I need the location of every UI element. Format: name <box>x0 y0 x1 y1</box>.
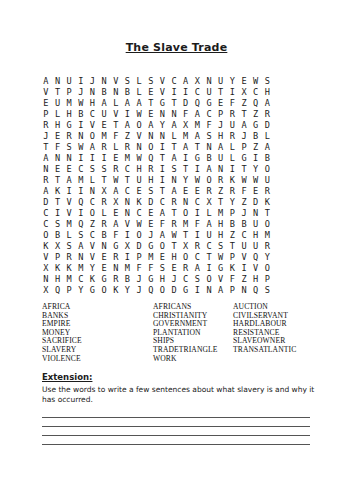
grid-cell: C <box>87 230 99 241</box>
grid-cell: O <box>40 230 52 241</box>
grid-cell: W <box>110 174 122 185</box>
grid-cell: C <box>250 86 262 97</box>
grid-cell: I <box>75 185 87 196</box>
grid-cell: C <box>75 163 87 174</box>
grid-cell: F <box>227 274 239 285</box>
grid-cell: A <box>98 97 110 108</box>
grid-cell: H <box>261 86 273 97</box>
grid-cell: M <box>145 252 157 263</box>
grid-cell: A <box>261 141 273 152</box>
grid-cell: C <box>157 197 169 208</box>
grid-cell: C <box>75 274 87 285</box>
grid-cell: O <box>87 130 99 141</box>
grid-cell: U <box>250 241 262 252</box>
grid-cell: H <box>63 108 75 119</box>
grid-cell: E <box>52 163 64 174</box>
grid-cell: C <box>87 197 99 208</box>
grid-cell: F <box>110 130 122 141</box>
grid-cell: N <box>238 285 250 296</box>
grid-cell: A <box>122 119 134 130</box>
grid-cell: T <box>98 174 110 185</box>
grid-cell: V <box>87 241 99 252</box>
grid-cell: R <box>168 219 180 230</box>
grid-cell: T <box>157 185 169 196</box>
grid-cell: T <box>52 197 64 208</box>
grid-cell: E <box>145 108 157 119</box>
grid-cell: A <box>133 97 145 108</box>
grid-cell: V <box>87 119 99 130</box>
grid-cell: I <box>192 208 204 219</box>
grid-cell: T <box>227 241 239 252</box>
grid-cell: C <box>168 75 180 86</box>
grid-cell: K <box>87 274 99 285</box>
grid-cell: C <box>192 86 204 97</box>
grid-cell: T <box>52 86 64 97</box>
grid-cell: O <box>203 274 215 285</box>
grid-cell: S <box>192 274 204 285</box>
grid-cell: V <box>110 108 122 119</box>
grid-cell: H <box>133 163 145 174</box>
grid-cell: P <box>63 86 75 97</box>
grid-cell: Z <box>215 185 227 196</box>
grid-cell: R <box>40 119 52 130</box>
grid-cell: Y <box>122 285 134 296</box>
grid-cell: S <box>203 130 215 141</box>
grid-cell: E <box>40 97 52 108</box>
grid-cell: V <box>133 130 145 141</box>
grid-cell: O <box>180 252 192 263</box>
grid-cell: P <box>261 274 273 285</box>
grid-cell: U <box>52 97 64 108</box>
grid-cell: X <box>110 197 122 208</box>
grid-cell: Q <box>75 197 87 208</box>
grid-cell: Z <box>238 274 250 285</box>
grid-cell: G <box>203 97 215 108</box>
grid-cell: O <box>98 285 110 296</box>
grid-cell: I <box>75 75 87 86</box>
grid-cell: N <box>52 75 64 86</box>
grid-cell: H <box>215 130 227 141</box>
grid-cell: G <box>157 97 169 108</box>
grid-cell: X <box>180 241 192 252</box>
grid-cell: F <box>192 219 204 230</box>
grid-cell: R <box>215 174 227 185</box>
grid-cell: L <box>227 152 239 163</box>
grid-cell: I <box>250 152 262 163</box>
grid-cell: S <box>168 163 180 174</box>
grid-cell: W <box>133 108 145 119</box>
grid-cell: R <box>98 141 110 152</box>
extension-heading: Extension: <box>42 372 92 382</box>
grid-cell: N <box>52 152 64 163</box>
grid-cell: N <box>133 141 145 152</box>
grid-cell: E <box>98 263 110 274</box>
grid-cell: U <box>215 75 227 86</box>
grid-cell: N <box>180 197 192 208</box>
answer-line <box>42 409 310 418</box>
grid-cell: V <box>122 219 134 230</box>
grid-cell: H <box>52 119 64 130</box>
grid-cell: A <box>145 119 157 130</box>
grid-cell: R <box>145 163 157 174</box>
grid-cell: I <box>87 152 99 163</box>
grid-cell: N <box>122 197 134 208</box>
grid-cell: J <box>133 285 145 296</box>
grid-cell: X <box>52 241 64 252</box>
grid-cell: T <box>110 119 122 130</box>
grid-cell: R <box>110 252 122 263</box>
grid-cell: O <box>133 230 145 241</box>
grid-cell: U <box>63 75 75 86</box>
grid-cell: O <box>261 219 273 230</box>
grid-cell: V <box>238 252 250 263</box>
grid-cell: I <box>98 152 110 163</box>
grid-cell: T <box>168 208 180 219</box>
grid-cell: R <box>261 108 273 119</box>
grid-cell: A <box>75 241 87 252</box>
grid-cell: J <box>215 119 227 130</box>
grid-cell: W <box>215 252 227 263</box>
grid-cell: O <box>87 208 99 219</box>
grid-cell: A <box>203 219 215 230</box>
grid-cell: N <box>40 163 52 174</box>
grid-cell: V <box>157 75 169 86</box>
grid-cell: W <box>75 97 87 108</box>
grid-cell: L <box>110 97 122 108</box>
grid-cell: A <box>122 97 134 108</box>
grid-cell: W <box>250 174 262 185</box>
grid-cell: F <box>203 119 215 130</box>
grid-cell: V <box>63 208 75 219</box>
grid-cell: Q <box>250 285 262 296</box>
grid-cell: L <box>63 230 75 241</box>
grid-cell: C <box>192 252 204 263</box>
grid-cell: A <box>110 219 122 230</box>
grid-cell: B <box>98 86 110 97</box>
grid-cell: P <box>238 141 250 152</box>
answer-line <box>42 436 310 445</box>
grid-cell: R <box>110 274 122 285</box>
grid-cell: H <box>168 252 180 263</box>
grid-cell: D <box>180 97 192 108</box>
grid-cell: Y <box>180 174 192 185</box>
grid-cell: W <box>75 141 87 152</box>
grid-cell: N <box>87 86 99 97</box>
grid-cell: A <box>192 263 204 274</box>
word-list-column: AFRICABANKSEMPIREMONEYSACRIFICESLAVERYVI… <box>42 303 82 363</box>
grid-cell: E <box>133 185 145 196</box>
grid-cell: J <box>238 208 250 219</box>
grid-cell: R <box>63 130 75 141</box>
grid-cell: Z <box>122 130 134 141</box>
grid-cell: N <box>250 208 262 219</box>
grid-cell: H <box>145 174 157 185</box>
grid-cell: I <box>192 230 204 241</box>
grid-cell: H <box>87 97 99 108</box>
grid-cell: C <box>40 219 52 230</box>
grid-cell: A <box>87 141 99 152</box>
grid-cell: J <box>168 274 180 285</box>
grid-cell: W <box>168 230 180 241</box>
grid-cell: S <box>145 75 157 86</box>
answer-line <box>42 427 310 436</box>
grid-cell: J <box>40 130 52 141</box>
grid-cell: N <box>110 263 122 274</box>
grid-cell: J <box>145 230 157 241</box>
grid-cell: K <box>40 241 52 252</box>
grid-cell: I <box>227 163 239 174</box>
grid-cell: S <box>261 75 273 86</box>
grid-cell: O <box>180 208 192 219</box>
grid-cell: H <box>215 219 227 230</box>
grid-cell: A <box>203 163 215 174</box>
grid-cell: A <box>168 152 180 163</box>
grid-cell: T <box>168 97 180 108</box>
grid-cell: L <box>52 108 64 119</box>
grid-cell: B <box>98 230 110 241</box>
grid-cell: V <box>157 86 169 97</box>
grid-cell: E <box>98 252 110 263</box>
grid-cell: J <box>75 86 87 97</box>
grid-cell: L <box>98 208 110 219</box>
grid-cell: A <box>157 230 169 241</box>
grid-cell: Z <box>227 230 239 241</box>
word-list-column: AUCTIONCIVILSERVANTHARDLABOURRESISTANCES… <box>233 303 296 355</box>
grid-cell: I <box>227 86 239 97</box>
grid-cell: I <box>63 185 75 196</box>
grid-cell: Q <box>250 252 262 263</box>
worksheet-page: The Slave Trade ANUIJNVSLSVCAXNUYEWSVTPJ… <box>0 0 353 500</box>
grid-cell: E <box>250 185 262 196</box>
grid-cell: M <box>63 97 75 108</box>
grid-cell: A <box>180 75 192 86</box>
grid-cell: S <box>63 141 75 152</box>
grid-cell: Z <box>250 108 262 119</box>
grid-cell: B <box>122 274 134 285</box>
grid-cell: S <box>98 163 110 174</box>
grid-cell: S <box>145 185 157 196</box>
grid-cell: B <box>261 152 273 163</box>
grid-cell: M <box>180 219 192 230</box>
grid-cell: Y <box>261 252 273 263</box>
grid-cell: A <box>238 119 250 130</box>
grid-cell: B <box>227 219 239 230</box>
grid-cell: L <box>261 130 273 141</box>
grid-cell: U <box>250 219 262 230</box>
grid-cell: M <box>215 208 227 219</box>
grid-cell: S <box>52 219 64 230</box>
grid-cell: X <box>122 241 134 252</box>
grid-cell: D <box>133 241 145 252</box>
grid-cell: Q <box>250 97 262 108</box>
grid-cell: V <box>87 252 99 263</box>
grid-cell: T <box>52 174 64 185</box>
grid-cell: U <box>203 86 215 97</box>
grid-cell: X <box>203 197 215 208</box>
grid-cell: G <box>215 263 227 274</box>
grid-cell: F <box>145 263 157 274</box>
grid-cell: C <box>192 197 204 208</box>
grid-cell: Z <box>238 197 250 208</box>
grid-cell: F <box>110 230 122 241</box>
grid-cell: O <box>157 285 169 296</box>
grid-cell: P <box>63 285 75 296</box>
grid-cell: G <box>145 274 157 285</box>
grid-cell: R <box>168 197 180 208</box>
grid-cell: R <box>203 185 215 196</box>
answer-lines <box>42 409 310 445</box>
grid-cell: X <box>40 285 52 296</box>
grid-cell: Y <box>87 263 99 274</box>
grid-cell: T <box>215 197 227 208</box>
grid-cell: O <box>261 263 273 274</box>
grid-cell: P <box>215 108 227 119</box>
grid-cell: F <box>133 263 145 274</box>
grid-cell: U <box>227 119 239 130</box>
grid-cell: E <box>110 152 122 163</box>
word-item: VIOLENCE <box>42 355 82 364</box>
grid-cell: I <box>192 163 204 174</box>
grid-cell: E <box>192 185 204 196</box>
grid-cell: E <box>63 163 75 174</box>
grid-cell: M <box>180 130 192 141</box>
grid-cell: U <box>133 174 145 185</box>
grid-cell: M <box>63 274 75 285</box>
grid-cell: P <box>227 285 239 296</box>
grid-cell: Q <box>145 152 157 163</box>
grid-cell: A <box>168 185 180 196</box>
grid-cell: W <box>192 174 204 185</box>
grid-cell: T <box>168 141 180 152</box>
grid-cell: T <box>192 141 204 152</box>
grid-cell: C <box>180 274 192 285</box>
grid-cell: N <box>203 285 215 296</box>
grid-cell: G <box>98 274 110 285</box>
grid-cell: E <box>52 130 64 141</box>
grid-cell: W <box>133 219 145 230</box>
grid-cell: G <box>145 241 157 252</box>
grid-cell: T <box>238 163 250 174</box>
grid-cell: I <box>157 163 169 174</box>
grid-cell: L <box>133 75 145 86</box>
grid-cell: R <box>261 241 273 252</box>
grid-cell: F <box>52 141 64 152</box>
grid-cell: T <box>145 97 157 108</box>
grid-cell: U <box>203 230 215 241</box>
word-item: WORK <box>153 355 218 364</box>
grid-cell: G <box>110 241 122 252</box>
grid-cell: I <box>180 86 192 97</box>
grid-cell: U <box>98 108 110 119</box>
grid-cell: N <box>122 208 134 219</box>
grid-cell: I <box>168 86 180 97</box>
grid-cell: F <box>157 219 169 230</box>
grid-cell: I <box>75 208 87 219</box>
grid-cell: H <box>52 274 64 285</box>
grid-cell: K <box>261 197 273 208</box>
grid-cell: I <box>52 208 64 219</box>
grid-cell: E <box>168 263 180 274</box>
grid-cell: Q <box>192 97 204 108</box>
grid-cell: M <box>75 263 87 274</box>
grid-cell: A <box>192 108 204 119</box>
grid-cell: K <box>63 263 75 274</box>
grid-cell: P <box>52 252 64 263</box>
grid-cell: B <box>52 230 64 241</box>
grid-cell: Q <box>52 285 64 296</box>
grid-cell: O <box>145 141 157 152</box>
grid-cell: E <box>180 185 192 196</box>
grid-cell: N <box>75 252 87 263</box>
grid-cell: A <box>180 141 192 152</box>
grid-cell: R <box>261 185 273 196</box>
grid-cell: N <box>203 75 215 86</box>
grid-cell: K <box>52 185 64 196</box>
grid-cell: X <box>98 185 110 196</box>
grid-cell: N <box>98 241 110 252</box>
grid-cell: H <box>157 274 169 285</box>
grid-cell: K <box>133 197 145 208</box>
grid-cell: N <box>40 274 52 285</box>
grid-cell: L <box>168 130 180 141</box>
grid-cell: N <box>110 86 122 97</box>
grid-cell: E <box>110 208 122 219</box>
grid-cell: V <box>63 197 75 208</box>
grid-cell: S <box>157 263 169 274</box>
grid-cell: A <box>261 97 273 108</box>
grid-cell: B <box>75 108 87 119</box>
grid-cell: B <box>203 152 215 163</box>
grid-cell: R <box>227 130 239 141</box>
grid-cell: N <box>98 75 110 86</box>
grid-cell: L <box>110 141 122 152</box>
grid-cell: E <box>145 208 157 219</box>
grid-cell: Y <box>75 285 87 296</box>
grid-cell: I <box>122 108 134 119</box>
grid-cell: R <box>40 174 52 185</box>
grid-cell: Z <box>250 141 262 152</box>
grid-cell: Z <box>87 219 99 230</box>
grid-cell: I <box>180 152 192 163</box>
grid-cell: N <box>63 152 75 163</box>
grid-cell: N <box>157 108 169 119</box>
grid-cell: T <box>168 241 180 252</box>
grid-cell: X <box>192 75 204 86</box>
grid-cell: M <box>75 174 87 185</box>
grid-cell: G <box>192 152 204 163</box>
grid-cell: R <box>122 141 134 152</box>
grid-cell: Y <box>250 163 262 174</box>
grid-cell: T <box>40 141 52 152</box>
grid-cell: C <box>87 108 99 119</box>
grid-cell: I <box>122 230 134 241</box>
grid-cell: F <box>238 185 250 196</box>
grid-cell: G <box>238 152 250 163</box>
worksheet-title: The Slave Trade <box>0 41 353 54</box>
grid-cell: V <box>215 274 227 285</box>
grid-cell: W <box>133 152 145 163</box>
grid-cell: B <box>238 219 250 230</box>
grid-cell: T <box>180 230 192 241</box>
grid-cell: J <box>133 274 145 285</box>
grid-cell: O <box>261 163 273 174</box>
grid-cell: L <box>133 86 145 97</box>
grid-cell: R <box>227 185 239 196</box>
grid-cell: D <box>168 285 180 296</box>
grid-cell: L <box>87 174 99 185</box>
grid-cell: U <box>261 174 273 185</box>
grid-cell: P <box>227 252 239 263</box>
